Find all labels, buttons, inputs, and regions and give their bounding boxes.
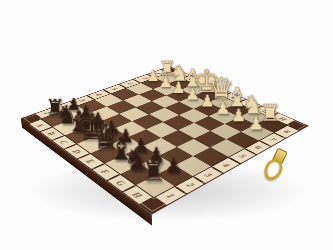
chessboard: ABCDEFGH ABCDEFGH 87654321 87654321 ♜♞♝♚… bbox=[21, 66, 309, 214]
scene: ABCDEFGH ABCDEFGH 87654321 87654321 ♜♞♝♚… bbox=[0, 0, 333, 250]
piece-white-pawn[interactable]: ♟ bbox=[233, 115, 279, 133]
piece-black-rook[interactable]: ♜ bbox=[126, 158, 180, 186]
